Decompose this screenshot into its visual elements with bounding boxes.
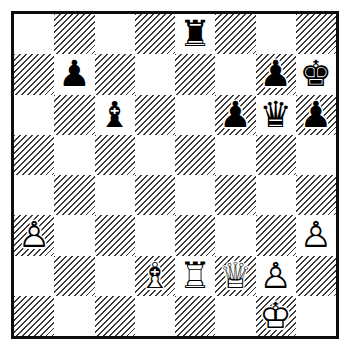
square-f7[interactable] [215, 54, 255, 94]
white-bishop-outline: ♗ [135, 256, 175, 296]
square-a5[interactable] [14, 135, 54, 175]
black-pawn-glyph: ♟ [300, 97, 332, 133]
square-h6[interactable]: ♟ [296, 95, 336, 135]
square-g5[interactable] [256, 135, 296, 175]
square-c6[interactable]: ♝ [95, 95, 135, 135]
piece-black-bishop[interactable]: ♝ [95, 95, 135, 135]
square-c8[interactable] [95, 14, 135, 54]
square-b8[interactable] [54, 14, 94, 54]
piece-white-bishop[interactable]: ♝♗ [135, 256, 175, 296]
board-frame: ♜♟♟♚♝♟♛♟♟♙♟♙♝♗♜♖♛♕♟♙♚♔ [11, 11, 339, 339]
square-a3[interactable]: ♟♙ [14, 215, 54, 255]
piece-black-queen[interactable]: ♛ [256, 95, 296, 135]
square-d1[interactable] [135, 296, 175, 336]
square-c3[interactable] [95, 215, 135, 255]
square-h1[interactable] [296, 296, 336, 336]
piece-black-pawn[interactable]: ♟ [54, 54, 94, 94]
piece-white-pawn[interactable]: ♟♙ [296, 215, 336, 255]
square-e5[interactable] [175, 135, 215, 175]
square-a8[interactable] [14, 14, 54, 54]
square-b3[interactable] [54, 215, 94, 255]
square-g4[interactable] [256, 175, 296, 215]
square-b7[interactable]: ♟ [54, 54, 94, 94]
square-g8[interactable] [256, 14, 296, 54]
black-queen-glyph: ♛ [259, 97, 291, 133]
square-e8[interactable]: ♜ [175, 14, 215, 54]
black-bishop-glyph: ♝ [98, 97, 130, 133]
square-d6[interactable] [135, 95, 175, 135]
square-h3[interactable]: ♟♙ [296, 215, 336, 255]
square-f1[interactable] [215, 296, 255, 336]
square-e3[interactable] [175, 215, 215, 255]
black-king-glyph: ♚ [300, 56, 332, 92]
black-pawn-glyph: ♟ [58, 56, 90, 92]
square-b2[interactable] [54, 256, 94, 296]
square-f4[interactable] [215, 175, 255, 215]
square-h2[interactable] [296, 256, 336, 296]
piece-black-pawn[interactable]: ♟ [256, 54, 296, 94]
piece-black-pawn[interactable]: ♟ [215, 95, 255, 135]
piece-black-pawn[interactable]: ♟ [296, 95, 336, 135]
white-pawn-outline: ♙ [14, 215, 54, 255]
white-king-outline: ♔ [256, 296, 296, 336]
square-d5[interactable] [135, 135, 175, 175]
square-c4[interactable] [95, 175, 135, 215]
square-f2[interactable]: ♛♕ [215, 256, 255, 296]
black-rook-glyph: ♜ [179, 16, 211, 52]
square-d4[interactable] [135, 175, 175, 215]
chess-board: ♜♟♟♚♝♟♛♟♟♙♟♙♝♗♜♖♛♕♟♙♚♔ [14, 14, 336, 336]
black-pawn-glyph: ♟ [259, 56, 291, 92]
square-g3[interactable] [256, 215, 296, 255]
square-f8[interactable] [215, 14, 255, 54]
square-g1[interactable]: ♚♔ [256, 296, 296, 336]
piece-black-rook[interactable]: ♜ [175, 14, 215, 54]
piece-black-king[interactable]: ♚ [296, 54, 336, 94]
white-rook-outline: ♖ [175, 256, 215, 296]
square-b1[interactable] [54, 296, 94, 336]
square-f6[interactable]: ♟ [215, 95, 255, 135]
white-pawn-outline: ♙ [296, 215, 336, 255]
square-d8[interactable] [135, 14, 175, 54]
square-e2[interactable]: ♜♖ [175, 256, 215, 296]
square-b5[interactable] [54, 135, 94, 175]
square-c1[interactable] [95, 296, 135, 336]
square-h8[interactable] [296, 14, 336, 54]
square-g7[interactable]: ♟ [256, 54, 296, 94]
square-b6[interactable] [54, 95, 94, 135]
piece-white-queen[interactable]: ♛♕ [215, 256, 255, 296]
square-e6[interactable] [175, 95, 215, 135]
square-a2[interactable] [14, 256, 54, 296]
square-g2[interactable]: ♟♙ [256, 256, 296, 296]
square-h4[interactable] [296, 175, 336, 215]
square-c7[interactable] [95, 54, 135, 94]
square-f5[interactable] [215, 135, 255, 175]
square-a4[interactable] [14, 175, 54, 215]
square-h5[interactable] [296, 135, 336, 175]
black-pawn-glyph: ♟ [219, 97, 251, 133]
square-c5[interactable] [95, 135, 135, 175]
square-c2[interactable] [95, 256, 135, 296]
square-a6[interactable] [14, 95, 54, 135]
piece-white-pawn[interactable]: ♟♙ [14, 215, 54, 255]
square-a1[interactable] [14, 296, 54, 336]
white-queen-outline: ♕ [215, 256, 255, 296]
white-pawn-outline: ♙ [256, 256, 296, 296]
piece-white-rook[interactable]: ♜♖ [175, 256, 215, 296]
square-e1[interactable] [175, 296, 215, 336]
square-b4[interactable] [54, 175, 94, 215]
square-d2[interactable]: ♝♗ [135, 256, 175, 296]
square-d7[interactable] [135, 54, 175, 94]
square-a7[interactable] [14, 54, 54, 94]
square-e7[interactable] [175, 54, 215, 94]
square-h7[interactable]: ♚ [296, 54, 336, 94]
square-f3[interactable] [215, 215, 255, 255]
piece-white-king[interactable]: ♚♔ [256, 296, 296, 336]
piece-white-pawn[interactable]: ♟♙ [256, 256, 296, 296]
square-d3[interactable] [135, 215, 175, 255]
square-e4[interactable] [175, 175, 215, 215]
square-g6[interactable]: ♛ [256, 95, 296, 135]
